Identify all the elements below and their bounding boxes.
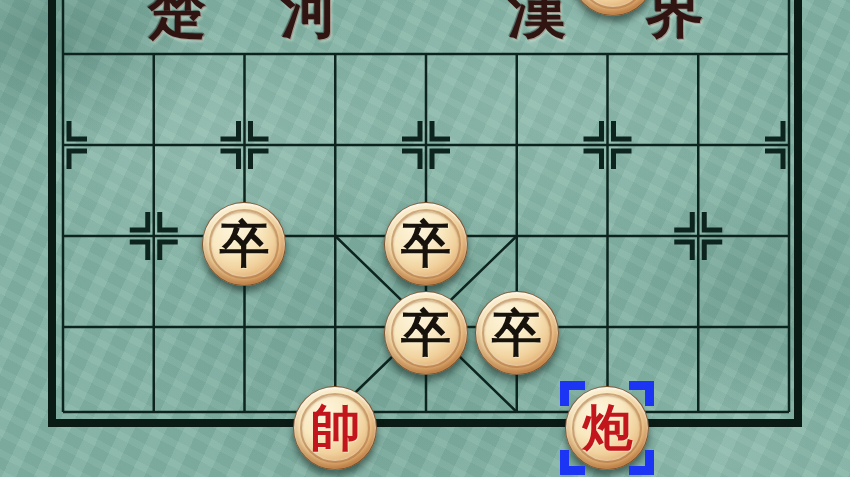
board-intersection-c4r10[interactable]: 帥: [290, 369, 381, 453]
piece-glyph: 卒: [401, 308, 451, 358]
piece-red-general[interactable]: 帥: [293, 386, 377, 470]
piece-black-soldier[interactable]: 卒: [475, 291, 559, 375]
xiangqi-board[interactable]: 卒卒卒卒帥炮: [18, 9, 835, 454]
xiangqi-screenshot: 楚 河 漢 界 卒卒卒卒帥炮: [0, 0, 850, 477]
piece-glyph: 卒: [492, 308, 542, 358]
piece-black-soldier[interactable]: 卒: [384, 202, 468, 286]
board-intersection-c6r9[interactable]: 卒: [471, 282, 562, 370]
board-intersection-c7r10[interactable]: 炮: [562, 369, 653, 453]
piece-glyph: 卒: [219, 219, 269, 269]
piece-glyph: 炮: [582, 403, 632, 453]
piece-glyph: 卒: [401, 219, 451, 269]
piece-glyph: 帥: [310, 403, 360, 453]
board-intersection-c5r9[interactable]: 卒: [381, 282, 472, 370]
piece-red-cannon[interactable]: 炮: [565, 386, 649, 470]
board-intersection-c3r8[interactable]: 卒: [199, 191, 290, 282]
piece-black-soldier[interactable]: 卒: [384, 291, 468, 375]
piece-black-soldier[interactable]: 卒: [202, 202, 286, 286]
board-intersection-c5r8[interactable]: 卒: [381, 191, 472, 282]
